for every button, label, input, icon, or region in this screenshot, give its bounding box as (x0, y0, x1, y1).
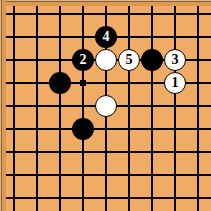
stone-white-move-1: 1 (164, 72, 186, 94)
stone-white (95, 49, 117, 71)
stone-black-move-4: 4 (95, 26, 117, 48)
go-board: 42531 (0, 0, 211, 211)
stone-black (72, 118, 94, 140)
stone-label: 5 (126, 53, 133, 67)
stone-white-move-5: 5 (118, 49, 140, 71)
stone-label: 2 (80, 53, 87, 67)
stone-black (49, 72, 71, 94)
star-point (80, 80, 86, 86)
stone-black-move-2: 2 (72, 49, 94, 71)
stone-black (141, 49, 163, 71)
stone-label: 3 (172, 53, 179, 67)
stone-white (95, 95, 117, 117)
stones-layer: 42531 (3, 3, 210, 210)
stone-label: 4 (103, 30, 110, 44)
stone-white-move-3: 3 (164, 49, 186, 71)
stone-label: 1 (172, 76, 179, 90)
